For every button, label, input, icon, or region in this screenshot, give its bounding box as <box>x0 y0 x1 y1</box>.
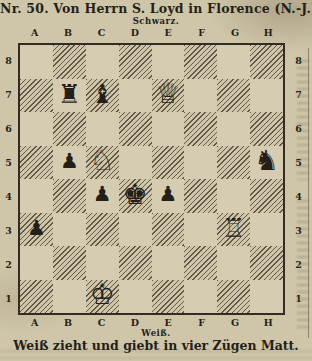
black-rook: ♜ <box>58 81 81 107</box>
square-d8 <box>119 45 152 79</box>
book-page: Nr. 50. Von Herrn S. Loyd in Florence (N… <box>0 0 312 361</box>
white-king: ♔ <box>90 281 115 309</box>
square-f3 <box>184 213 217 247</box>
square-h8 <box>250 45 283 79</box>
square-b2 <box>53 246 86 280</box>
square-e4: ♟ <box>152 179 185 213</box>
file-label-b: B <box>51 27 84 39</box>
square-a8 <box>20 45 53 79</box>
square-d7 <box>119 79 152 113</box>
square-e7: ♕ <box>152 79 185 113</box>
square-a4 <box>20 179 53 213</box>
square-c4: ♟ <box>86 179 119 213</box>
black-side-label: Schwarz. <box>0 16 312 26</box>
file-label-d: D <box>118 27 151 39</box>
square-b5: ♟ <box>53 146 86 180</box>
rank-label-1: 1 <box>1 281 16 315</box>
square-f5 <box>184 146 217 180</box>
print-bleed-through <box>297 200 309 330</box>
square-f7 <box>184 79 217 113</box>
square-c8 <box>86 45 119 79</box>
black-pawn: ♟ <box>27 218 46 239</box>
square-e8 <box>152 45 185 79</box>
square-f4 <box>184 179 217 213</box>
rank-label-8: 8 <box>1 43 16 77</box>
square-c6 <box>86 112 119 146</box>
square-d6 <box>119 112 152 146</box>
square-a2 <box>20 246 53 280</box>
chess-board: ♜♝♕♟♘♞♟♚♟♟♖♔ <box>18 43 285 315</box>
square-b7: ♜ <box>53 79 86 113</box>
square-h1 <box>250 280 283 314</box>
black-king: ♚ <box>123 181 148 209</box>
square-a3: ♟ <box>20 213 53 247</box>
square-d3 <box>119 213 152 247</box>
square-e2 <box>152 246 185 280</box>
square-a5 <box>20 146 53 180</box>
square-g5 <box>217 146 250 180</box>
white-knight: ♘ <box>90 147 115 175</box>
file-label-h: H <box>252 27 285 39</box>
square-d4: ♚ <box>119 179 152 213</box>
white-rook: ♖ <box>222 215 245 241</box>
black-pawn: ♟ <box>60 151 79 172</box>
square-g7 <box>217 79 250 113</box>
square-e5 <box>152 146 185 180</box>
square-c7: ♝ <box>86 79 119 113</box>
file-labels-top: ABCDEFGH <box>18 27 285 39</box>
white-side-label: Weiß. <box>0 328 312 338</box>
rank-label-7: 7 <box>1 77 16 111</box>
print-bleed-through <box>0 350 312 360</box>
square-h3 <box>250 213 283 247</box>
square-h5: ♞ <box>250 146 283 180</box>
square-f1 <box>184 280 217 314</box>
print-bleed-through <box>297 60 309 180</box>
square-e1 <box>152 280 185 314</box>
file-label-c: C <box>85 27 118 39</box>
square-b1 <box>53 280 86 314</box>
rank-label-3: 3 <box>1 213 16 247</box>
square-h4 <box>250 179 283 213</box>
square-g6 <box>217 112 250 146</box>
square-h6 <box>250 112 283 146</box>
square-e6 <box>152 112 185 146</box>
square-e3 <box>152 213 185 247</box>
square-d2 <box>119 246 152 280</box>
rank-label-2: 2 <box>1 247 16 281</box>
square-c1: ♔ <box>86 280 119 314</box>
file-label-a: A <box>18 27 51 39</box>
black-pawn: ♟ <box>93 184 112 205</box>
square-a6 <box>20 112 53 146</box>
square-h2 <box>250 246 283 280</box>
rank-labels-left: 87654321 <box>1 43 16 315</box>
square-g8 <box>217 45 250 79</box>
square-b6 <box>53 112 86 146</box>
file-label-g: G <box>218 27 251 39</box>
black-pawn: ♟ <box>159 184 178 205</box>
square-g1 <box>217 280 250 314</box>
rank-label-4: 4 <box>1 179 16 213</box>
square-b8 <box>53 45 86 79</box>
square-f8 <box>184 45 217 79</box>
square-c3 <box>86 213 119 247</box>
black-knight: ♞ <box>254 147 279 175</box>
file-label-f: F <box>185 27 218 39</box>
square-d1 <box>119 280 152 314</box>
square-g4 <box>217 179 250 213</box>
square-c2 <box>86 246 119 280</box>
square-g2 <box>217 246 250 280</box>
square-h7 <box>250 79 283 113</box>
problem-title: Nr. 50. Von Herrn S. Loyd in Florence (N… <box>0 1 312 16</box>
rank-label-6: 6 <box>1 111 16 145</box>
square-f6 <box>184 112 217 146</box>
square-b3 <box>53 213 86 247</box>
square-c5: ♘ <box>86 146 119 180</box>
black-bishop: ♝ <box>91 81 114 107</box>
white-queen: ♕ <box>155 80 180 108</box>
file-label-e: E <box>152 27 185 39</box>
square-a7 <box>20 79 53 113</box>
rank-label-5: 5 <box>1 145 16 179</box>
square-g3: ♖ <box>217 213 250 247</box>
square-b4 <box>53 179 86 213</box>
square-f2 <box>184 246 217 280</box>
square-a1 <box>20 280 53 314</box>
square-d5 <box>119 146 152 180</box>
